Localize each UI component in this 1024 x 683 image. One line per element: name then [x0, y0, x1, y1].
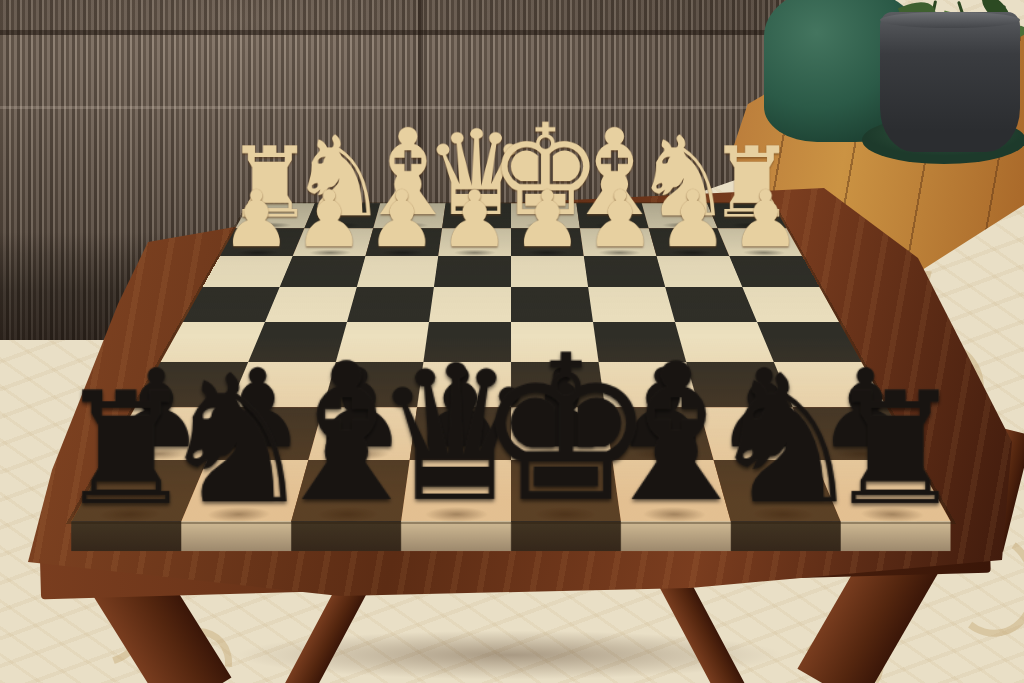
- square-e2: ♟: [438, 228, 511, 256]
- piece-white-pawn-b2: ♟: [658, 184, 728, 256]
- piece-black-knight-g8: ♞: [157, 359, 316, 522]
- piece-black-king-d8: ♚: [476, 337, 656, 522]
- square-f2: ♟: [365, 228, 442, 256]
- piece-white-pawn-e2: ♟: [440, 184, 510, 256]
- square-d8: ♚: [511, 460, 621, 522]
- piece-white-pawn-c2: ♟: [585, 184, 655, 256]
- living-room-scene: ♜♞♝♛♚♝♞♜♟♟♟♟♟♟♟♟♟♟♟♟♟♟♟♟♜♞♝♛♚♝♞♜: [0, 0, 1024, 683]
- square-c2: ♟: [580, 228, 657, 256]
- square-c3: [584, 256, 665, 287]
- square-f3: [357, 256, 438, 287]
- square-d3: [511, 256, 588, 287]
- square-a2: ♟: [718, 228, 802, 256]
- piece-white-pawn-g2: ♟: [294, 184, 364, 256]
- piece-white-pawn-d2: ♟: [512, 184, 582, 256]
- square-b8: ♞: [714, 460, 841, 522]
- square-h3: [203, 256, 293, 287]
- table-shadow: [120, 620, 900, 683]
- square-g4: [265, 287, 357, 322]
- square-e3: [434, 256, 511, 287]
- square-g3: [280, 256, 366, 287]
- square-f4: [347, 287, 434, 322]
- piece-white-pawn-f2: ♟: [367, 184, 437, 256]
- square-b2: ♟: [649, 228, 730, 256]
- square-b4: [665, 287, 757, 322]
- plant-pot-rim: [880, 12, 1020, 28]
- piece-black-knight-b8: ♞: [707, 359, 866, 522]
- square-b3: [657, 256, 743, 287]
- square-d2: ♟: [511, 228, 584, 256]
- plant-pot: [880, 12, 1020, 152]
- square-h2: ♟: [220, 228, 304, 256]
- piece-white-pawn-h2: ♟: [221, 184, 291, 256]
- piece-white-pawn-a2: ♟: [731, 184, 801, 256]
- square-g2: ♟: [293, 228, 374, 256]
- square-g8: ♞: [181, 460, 308, 522]
